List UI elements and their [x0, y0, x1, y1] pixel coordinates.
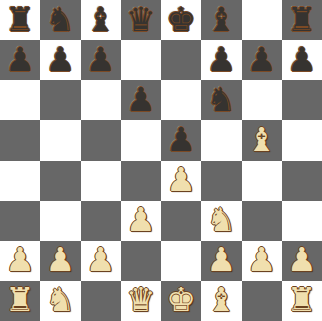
square-b3[interactable]: [40, 201, 80, 241]
square-f8[interactable]: ♝: [201, 0, 241, 40]
square-g3[interactable]: [242, 201, 282, 241]
square-f3[interactable]: ♞: [201, 201, 241, 241]
black-pawn[interactable]: ♟: [126, 83, 156, 116]
square-d3[interactable]: ♟: [121, 201, 161, 241]
square-h2[interactable]: ♟: [282, 241, 322, 281]
black-king[interactable]: ♚: [166, 3, 196, 36]
black-knight[interactable]: ♞: [46, 3, 76, 36]
white-pawn[interactable]: ♟: [5, 243, 35, 276]
black-pawn[interactable]: ♟: [86, 43, 116, 76]
chess-board: ♜♞♝♛♚♝♜♟♟♟♟♟♟♟♞♟♝♟♟♞♟♟♟♟♟♟♜♞♛♚♝♜: [0, 0, 322, 321]
white-pawn[interactable]: ♟: [166, 163, 196, 196]
square-f2[interactable]: ♟: [201, 241, 241, 281]
square-a1[interactable]: ♜: [0, 281, 40, 321]
square-g6[interactable]: [242, 80, 282, 120]
black-pawn[interactable]: ♟: [247, 43, 277, 76]
square-g1[interactable]: [242, 281, 282, 321]
black-rook[interactable]: ♜: [287, 3, 317, 36]
square-c3[interactable]: [81, 201, 121, 241]
square-b5[interactable]: [40, 120, 80, 160]
square-e1[interactable]: ♚: [161, 281, 201, 321]
square-c2[interactable]: ♟: [81, 241, 121, 281]
square-f7[interactable]: ♟: [201, 40, 241, 80]
black-pawn[interactable]: ♟: [5, 43, 35, 76]
square-d1[interactable]: ♛: [121, 281, 161, 321]
white-rook[interactable]: ♜: [287, 283, 317, 316]
white-pawn[interactable]: ♟: [46, 243, 76, 276]
square-d5[interactable]: [121, 120, 161, 160]
square-a8[interactable]: ♜: [0, 0, 40, 40]
square-b7[interactable]: ♟: [40, 40, 80, 80]
square-e3[interactable]: [161, 201, 201, 241]
square-a7[interactable]: ♟: [0, 40, 40, 80]
black-bishop[interactable]: ♝: [86, 3, 116, 36]
square-h4[interactable]: [282, 161, 322, 201]
square-d7[interactable]: [121, 40, 161, 80]
square-h3[interactable]: [282, 201, 322, 241]
white-king[interactable]: ♚: [166, 283, 196, 316]
square-f4[interactable]: [201, 161, 241, 201]
square-d8[interactable]: ♛: [121, 0, 161, 40]
square-b2[interactable]: ♟: [40, 241, 80, 281]
square-c1[interactable]: [81, 281, 121, 321]
white-pawn[interactable]: ♟: [287, 243, 317, 276]
square-d4[interactable]: [121, 161, 161, 201]
square-a4[interactable]: [0, 161, 40, 201]
square-g5[interactable]: ♝: [242, 120, 282, 160]
white-pawn[interactable]: ♟: [126, 203, 156, 236]
black-pawn[interactable]: ♟: [46, 43, 76, 76]
black-rook[interactable]: ♜: [5, 3, 35, 36]
square-c8[interactable]: ♝: [81, 0, 121, 40]
square-h6[interactable]: [282, 80, 322, 120]
square-g4[interactable]: [242, 161, 282, 201]
square-h7[interactable]: ♟: [282, 40, 322, 80]
square-h1[interactable]: ♜: [282, 281, 322, 321]
square-f6[interactable]: ♞: [201, 80, 241, 120]
square-c5[interactable]: [81, 120, 121, 160]
white-pawn[interactable]: ♟: [207, 243, 237, 276]
square-e5[interactable]: ♟: [161, 120, 201, 160]
white-knight[interactable]: ♞: [46, 283, 76, 316]
square-e7[interactable]: [161, 40, 201, 80]
square-c4[interactable]: [81, 161, 121, 201]
square-c6[interactable]: [81, 80, 121, 120]
square-a5[interactable]: [0, 120, 40, 160]
white-queen[interactable]: ♛: [126, 283, 156, 316]
square-a3[interactable]: [0, 201, 40, 241]
black-pawn[interactable]: ♟: [287, 43, 317, 76]
square-f1[interactable]: ♝: [201, 281, 241, 321]
white-pawn[interactable]: ♟: [86, 243, 116, 276]
square-g7[interactable]: ♟: [242, 40, 282, 80]
square-f5[interactable]: [201, 120, 241, 160]
black-knight[interactable]: ♞: [207, 83, 237, 116]
black-bishop[interactable]: ♝: [207, 3, 237, 36]
white-bishop[interactable]: ♝: [247, 123, 277, 156]
square-g8[interactable]: [242, 0, 282, 40]
square-d2[interactable]: [121, 241, 161, 281]
white-pawn[interactable]: ♟: [247, 243, 277, 276]
square-c7[interactable]: ♟: [81, 40, 121, 80]
square-b1[interactable]: ♞: [40, 281, 80, 321]
square-h5[interactable]: [282, 120, 322, 160]
square-g2[interactable]: ♟: [242, 241, 282, 281]
square-e6[interactable]: [161, 80, 201, 120]
square-b8[interactable]: ♞: [40, 0, 80, 40]
square-d6[interactable]: ♟: [121, 80, 161, 120]
black-pawn[interactable]: ♟: [166, 123, 196, 156]
black-pawn[interactable]: ♟: [207, 43, 237, 76]
white-knight[interactable]: ♞: [207, 203, 237, 236]
white-rook[interactable]: ♜: [5, 283, 35, 316]
square-e4[interactable]: ♟: [161, 161, 201, 201]
square-b6[interactable]: [40, 80, 80, 120]
square-b4[interactable]: [40, 161, 80, 201]
square-e8[interactable]: ♚: [161, 0, 201, 40]
square-a2[interactable]: ♟: [0, 241, 40, 281]
white-bishop[interactable]: ♝: [207, 283, 237, 316]
black-queen[interactable]: ♛: [126, 3, 156, 36]
chess-board-window: ♜♞♝♛♚♝♜♟♟♟♟♟♟♟♞♟♝♟♟♞♟♟♟♟♟♟♜♞♛♚♝♜: [0, 0, 322, 321]
square-a6[interactable]: [0, 80, 40, 120]
square-e2[interactable]: [161, 241, 201, 281]
square-h8[interactable]: ♜: [282, 0, 322, 40]
